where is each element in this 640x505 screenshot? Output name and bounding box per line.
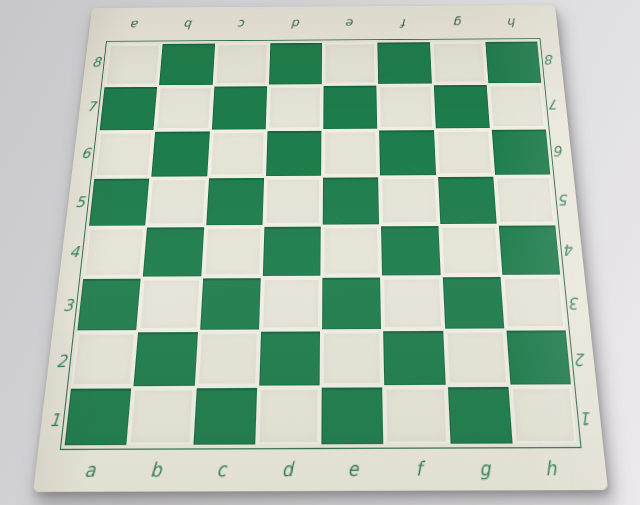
square-a7[interactable] bbox=[100, 87, 158, 130]
square-e4[interactable] bbox=[322, 226, 380, 275]
square-f7[interactable] bbox=[378, 85, 433, 128]
square-d6[interactable] bbox=[266, 131, 322, 176]
square-a3[interactable] bbox=[77, 279, 140, 331]
file-top-label-d: d bbox=[292, 17, 300, 30]
file-top-label-a: a bbox=[130, 18, 139, 31]
square-b8[interactable] bbox=[159, 44, 214, 86]
square-e7[interactable] bbox=[323, 86, 377, 129]
square-g4[interactable] bbox=[440, 226, 500, 275]
square-a4[interactable] bbox=[83, 228, 145, 277]
square-b2[interactable] bbox=[134, 332, 198, 386]
square-b7[interactable] bbox=[156, 87, 213, 130]
file-bottom-label-f: f bbox=[415, 457, 422, 480]
square-g1[interactable] bbox=[447, 387, 512, 444]
square-b3[interactable] bbox=[139, 278, 201, 330]
square-c7[interactable] bbox=[211, 86, 266, 129]
file-top-label-e: e bbox=[346, 17, 354, 30]
square-d5[interactable] bbox=[264, 178, 321, 225]
square-h1[interactable] bbox=[510, 387, 576, 444]
rank-left-label-8: 8 bbox=[91, 55, 102, 70]
square-d1[interactable] bbox=[257, 388, 319, 445]
square-d7[interactable] bbox=[267, 86, 321, 129]
square-h8[interactable] bbox=[485, 42, 541, 84]
square-d2[interactable] bbox=[259, 331, 320, 385]
square-e1[interactable] bbox=[321, 387, 383, 444]
file-labels-bottom: abcdefgh bbox=[56, 451, 586, 487]
rank-left-label-2: 2 bbox=[55, 351, 67, 371]
square-d4[interactable] bbox=[263, 227, 321, 276]
square-f5[interactable] bbox=[380, 177, 438, 224]
file-top-label-f: f bbox=[401, 17, 406, 30]
file-top-label-h: h bbox=[507, 16, 516, 29]
chess-mat: abcdefgh 87654321 87654321 abcdefgh ches… bbox=[33, 5, 608, 492]
rank-left-label-7: 7 bbox=[86, 99, 97, 115]
square-c2[interactable] bbox=[196, 332, 258, 386]
square-a5[interactable] bbox=[89, 179, 149, 226]
file-top-label-g: g bbox=[453, 16, 462, 29]
square-h7[interactable] bbox=[488, 85, 545, 128]
file-labels-top: abcdefgh bbox=[106, 10, 540, 38]
square-e8[interactable] bbox=[324, 43, 377, 85]
file-bottom-label-e: e bbox=[348, 457, 359, 480]
square-c1[interactable] bbox=[193, 388, 257, 445]
file-top-label-b: b bbox=[184, 18, 193, 31]
file-bottom-label-c: c bbox=[216, 457, 227, 480]
square-d8[interactable] bbox=[269, 43, 322, 85]
rank-left-label-3: 3 bbox=[62, 296, 74, 315]
square-b4[interactable] bbox=[143, 227, 204, 276]
square-d3[interactable] bbox=[261, 278, 321, 330]
chessboard-grid bbox=[65, 42, 577, 446]
board-frame bbox=[60, 38, 582, 450]
rank-right-label-1: 1 bbox=[581, 407, 593, 428]
rank-left-label-5: 5 bbox=[75, 193, 86, 211]
file-top-label-c: c bbox=[238, 18, 246, 31]
square-h5[interactable] bbox=[495, 176, 555, 223]
square-g5[interactable] bbox=[438, 177, 497, 224]
rank-right-label-6: 6 bbox=[554, 142, 565, 159]
square-e2[interactable] bbox=[322, 331, 383, 385]
square-e5[interactable] bbox=[323, 177, 380, 224]
rank-right-label-4: 4 bbox=[564, 241, 575, 259]
square-a8[interactable] bbox=[105, 44, 161, 86]
square-f6[interactable] bbox=[379, 130, 435, 175]
rank-left-label-1: 1 bbox=[49, 409, 62, 430]
square-a1[interactable] bbox=[65, 388, 132, 445]
square-f2[interactable] bbox=[383, 331, 445, 385]
file-bottom-label-b: b bbox=[149, 458, 162, 481]
rank-right-label-2: 2 bbox=[575, 349, 587, 369]
square-g3[interactable] bbox=[442, 277, 504, 329]
file-bottom-label-d: d bbox=[281, 457, 293, 480]
square-f8[interactable] bbox=[378, 42, 432, 84]
square-h4[interactable] bbox=[499, 225, 561, 274]
square-h3[interactable] bbox=[502, 277, 565, 329]
square-g7[interactable] bbox=[433, 85, 489, 128]
square-a6[interactable] bbox=[94, 132, 153, 177]
square-g6[interactable] bbox=[435, 130, 492, 175]
square-c5[interactable] bbox=[206, 178, 264, 225]
rank-right-label-8: 8 bbox=[545, 52, 555, 68]
square-f3[interactable] bbox=[382, 277, 442, 329]
rank-right-label-5: 5 bbox=[559, 190, 570, 208]
square-g8[interactable] bbox=[431, 42, 486, 84]
square-b1[interactable] bbox=[129, 388, 194, 445]
file-bottom-label-g: g bbox=[478, 456, 491, 479]
square-b5[interactable] bbox=[147, 178, 206, 225]
square-f4[interactable] bbox=[381, 226, 440, 275]
rank-right-label-7: 7 bbox=[549, 96, 560, 112]
rank-left-label-4: 4 bbox=[69, 243, 81, 261]
square-h2[interactable] bbox=[506, 330, 571, 384]
square-f1[interactable] bbox=[385, 387, 448, 444]
square-c4[interactable] bbox=[203, 227, 262, 276]
square-c8[interactable] bbox=[214, 43, 268, 85]
square-a2[interactable] bbox=[71, 332, 136, 386]
square-c3[interactable] bbox=[200, 278, 261, 330]
square-c6[interactable] bbox=[209, 131, 266, 176]
rank-right-label-3: 3 bbox=[569, 294, 581, 313]
table-surface: abcdefgh 87654321 87654321 abcdefgh ches… bbox=[0, 0, 640, 505]
square-e3[interactable] bbox=[322, 278, 381, 330]
square-e6[interactable] bbox=[323, 130, 378, 175]
square-b6[interactable] bbox=[152, 131, 210, 176]
square-h6[interactable] bbox=[492, 130, 551, 175]
rank-left-label-6: 6 bbox=[80, 145, 91, 162]
square-g2[interactable] bbox=[445, 331, 508, 385]
file-bottom-label-a: a bbox=[84, 458, 97, 481]
file-bottom-label-h: h bbox=[544, 456, 557, 479]
